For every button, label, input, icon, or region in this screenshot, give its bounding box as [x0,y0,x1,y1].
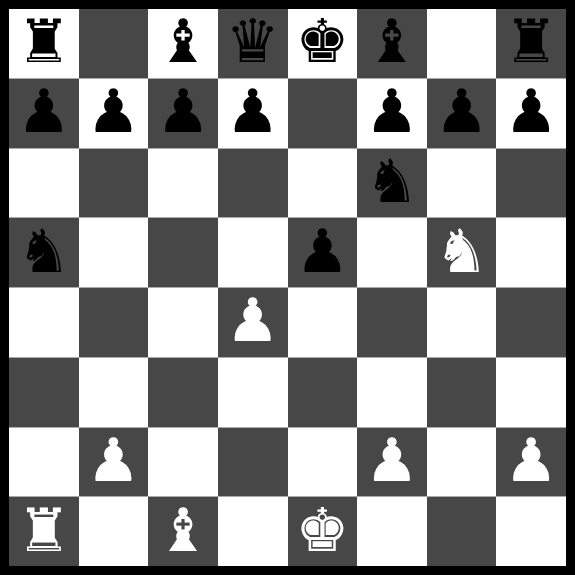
piece-black-pawn[interactable]: ♟ [435,81,489,141]
square-c5[interactable] [148,218,218,287]
square-g6[interactable] [427,149,497,218]
piece-white-pawn[interactable]: ♟ [87,430,141,490]
square-b4[interactable] [79,288,149,357]
square-c8[interactable]: ♝ [148,9,218,78]
square-g4[interactable] [427,288,497,357]
piece-white-pawn[interactable]: ♟ [504,430,558,490]
square-e5[interactable]: ♟ [288,218,358,287]
square-a3[interactable] [9,358,79,427]
square-a5[interactable]: ♞ [9,218,79,287]
square-h6[interactable] [496,149,566,218]
square-f7[interactable]: ♟ [357,79,427,148]
square-b1[interactable] [79,497,149,566]
piece-black-rook[interactable]: ♜ [17,11,71,71]
square-g7[interactable]: ♟ [427,79,497,148]
square-a6[interactable] [9,149,79,218]
square-a7[interactable]: ♟ [9,79,79,148]
piece-black-bishop[interactable]: ♝ [156,11,210,71]
square-h8[interactable]: ♜ [496,9,566,78]
square-h1[interactable] [496,497,566,566]
square-a4[interactable] [9,288,79,357]
piece-white-rook[interactable]: ♜ [17,500,71,560]
square-e4[interactable] [288,288,358,357]
square-a2[interactable] [9,428,79,497]
square-f3[interactable] [357,358,427,427]
square-f6[interactable]: ♞ [357,149,427,218]
square-b2[interactable]: ♟ [79,428,149,497]
square-h3[interactable] [496,358,566,427]
piece-black-bishop[interactable]: ♝ [365,11,419,71]
square-f2[interactable]: ♟ [357,428,427,497]
square-h2[interactable]: ♟ [496,428,566,497]
square-h5[interactable] [496,218,566,287]
square-f5[interactable] [357,218,427,287]
square-d5[interactable] [218,218,288,287]
square-f4[interactable] [357,288,427,357]
square-a1[interactable]: ♜ [9,497,79,566]
square-e7[interactable] [288,79,358,148]
square-c1[interactable]: ♝ [148,497,218,566]
square-e6[interactable] [288,149,358,218]
piece-black-knight[interactable]: ♞ [365,151,419,211]
square-c7[interactable]: ♟ [148,79,218,148]
piece-black-pawn[interactable]: ♟ [226,81,280,141]
square-g1[interactable] [427,497,497,566]
square-e3[interactable] [288,358,358,427]
piece-white-king[interactable]: ♚ [295,500,349,560]
square-b6[interactable] [79,149,149,218]
piece-white-pawn[interactable]: ♟ [365,430,419,490]
piece-black-king[interactable]: ♚ [295,11,349,71]
piece-white-pawn[interactable]: ♟ [226,290,280,350]
square-g5[interactable]: ♞ [427,218,497,287]
square-e8[interactable]: ♚ [288,9,358,78]
square-c2[interactable] [148,428,218,497]
square-d7[interactable]: ♟ [218,79,288,148]
square-d4[interactable]: ♟ [218,288,288,357]
square-b3[interactable] [79,358,149,427]
piece-black-pawn[interactable]: ♟ [17,81,71,141]
square-a8[interactable]: ♜ [9,9,79,78]
piece-black-pawn[interactable]: ♟ [295,221,349,281]
square-g3[interactable] [427,358,497,427]
square-d6[interactable] [218,149,288,218]
square-h7[interactable]: ♟ [496,79,566,148]
board-frame: ♜♝♛♚♝♜♟♟♟♟♟♟♟♞♞♟♞♟♟♟♟♜♝♚ [0,0,575,575]
piece-black-queen[interactable]: ♛ [226,11,280,71]
square-h4[interactable] [496,288,566,357]
square-d3[interactable] [218,358,288,427]
piece-white-bishop[interactable]: ♝ [156,500,210,560]
square-g8[interactable] [427,9,497,78]
piece-black-rook[interactable]: ♜ [504,11,558,71]
piece-black-pawn[interactable]: ♟ [504,81,558,141]
piece-black-pawn[interactable]: ♟ [87,81,141,141]
square-f8[interactable]: ♝ [357,9,427,78]
piece-black-knight[interactable]: ♞ [17,221,71,281]
square-d1[interactable] [218,497,288,566]
square-f1[interactable] [357,497,427,566]
square-b8[interactable] [79,9,149,78]
square-e2[interactable] [288,428,358,497]
square-c4[interactable] [148,288,218,357]
square-b5[interactable] [79,218,149,287]
square-e1[interactable]: ♚ [288,497,358,566]
piece-white-knight[interactable]: ♞ [435,221,489,281]
square-c3[interactable] [148,358,218,427]
chess-board: ♜♝♛♚♝♜♟♟♟♟♟♟♟♞♞♟♞♟♟♟♟♜♝♚ [9,9,566,566]
piece-black-pawn[interactable]: ♟ [156,81,210,141]
square-d8[interactable]: ♛ [218,9,288,78]
square-d2[interactable] [218,428,288,497]
piece-black-pawn[interactable]: ♟ [365,81,419,141]
square-c6[interactable] [148,149,218,218]
square-b7[interactable]: ♟ [79,79,149,148]
square-g2[interactable] [427,428,497,497]
